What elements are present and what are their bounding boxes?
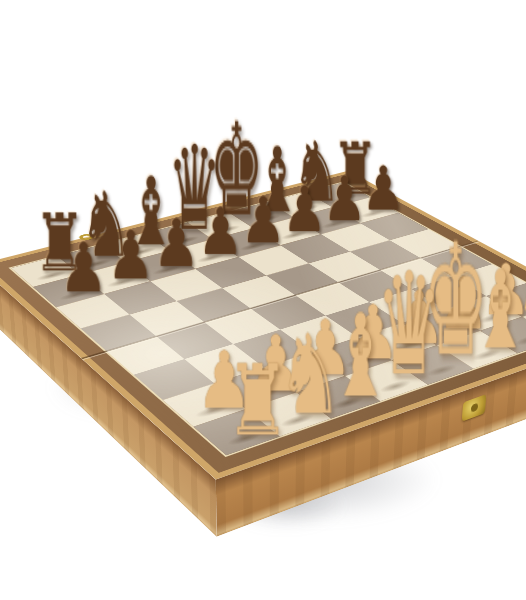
piece-black-pawn[interactable]: ♟: [197, 200, 244, 265]
piece-black-pawn[interactable]: ♟: [322, 169, 366, 231]
brass-latch: [462, 394, 487, 422]
piece-black-pawn[interactable]: ♟: [106, 223, 154, 290]
piece-black-pawn[interactable]: ♟: [361, 159, 405, 220]
piece-black-pawn[interactable]: ♟: [282, 179, 327, 242]
chess-board: ♜♞♝♛♚♝♞♜♟♟♟♟♟♟♟♟♟♟♟♟♟♟♟♟♜♞♝♛♚♝♞♜: [0, 171, 526, 480]
piece-white-rook[interactable]: ♜: [225, 352, 290, 449]
product-photo-stage: ♜♞♝♛♚♝♞♜♟♟♟♟♟♟♟♟♟♟♟♟♟♟♟♟♜♞♝♛♚♝♞♜: [0, 0, 526, 600]
piece-black-pawn[interactable]: ♟: [59, 235, 108, 303]
board-3d-scene: ♜♞♝♛♚♝♞♜♟♟♟♟♟♟♟♟♟♟♟♟♟♟♟♟♜♞♝♛♚♝♞♜: [0, 0, 526, 600]
piece-black-pawn[interactable]: ♟: [240, 189, 286, 253]
piece-black-pawn[interactable]: ♟: [152, 211, 199, 277]
